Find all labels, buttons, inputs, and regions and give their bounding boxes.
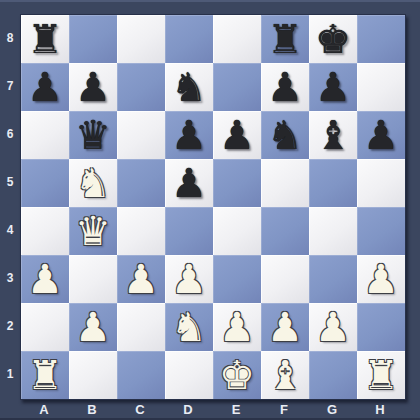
file-labels: ABCDEFGH [20,400,406,418]
square-g5[interactable] [309,159,357,207]
white-pawn[interactable]: ♟ [27,259,63,299]
rank-labels: 87654321 [0,14,20,398]
square-a6[interactable] [21,111,69,159]
file-label: F [260,400,308,418]
square-a1[interactable]: ♜ [21,351,69,399]
white-pawn[interactable]: ♟ [219,307,255,347]
square-e1[interactable]: ♚ [213,351,261,399]
square-e4[interactable] [213,207,261,255]
black-queen[interactable]: ♛ [75,115,111,155]
square-b3[interactable] [69,255,117,303]
rank-label: 3 [0,254,20,302]
square-d7[interactable]: ♞ [165,63,213,111]
rank-label: 2 [0,302,20,350]
rank-label: 7 [0,62,20,110]
square-g4[interactable] [309,207,357,255]
rank-label: 5 [0,158,20,206]
square-f5[interactable] [261,159,309,207]
square-e3[interactable] [213,255,261,303]
square-d6[interactable]: ♟ [165,111,213,159]
square-f2[interactable]: ♟ [261,303,309,351]
white-pawn[interactable]: ♟ [363,259,399,299]
white-pawn[interactable]: ♟ [267,307,303,347]
square-e6[interactable]: ♟ [213,111,261,159]
square-b7[interactable]: ♟ [69,63,117,111]
square-h8[interactable] [357,15,405,63]
black-pawn[interactable]: ♟ [363,115,399,155]
square-d1[interactable] [165,351,213,399]
white-pawn[interactable]: ♟ [171,259,207,299]
square-b5[interactable]: ♞ [69,159,117,207]
file-label: E [212,400,260,418]
black-pawn[interactable]: ♟ [75,67,111,107]
white-rook[interactable]: ♜ [27,355,63,395]
square-h3[interactable]: ♟ [357,255,405,303]
square-g3[interactable] [309,255,357,303]
black-pawn[interactable]: ♟ [171,115,207,155]
file-label: H [356,400,404,418]
white-queen[interactable]: ♛ [75,211,111,251]
square-e7[interactable] [213,63,261,111]
square-h6[interactable]: ♟ [357,111,405,159]
square-h7[interactable] [357,63,405,111]
square-h1[interactable]: ♜ [357,351,405,399]
square-b2[interactable]: ♟ [69,303,117,351]
black-pawn[interactable]: ♟ [267,67,303,107]
square-c5[interactable] [117,159,165,207]
file-label: A [20,400,68,418]
square-c3[interactable]: ♟ [117,255,165,303]
square-c4[interactable] [117,207,165,255]
square-a5[interactable] [21,159,69,207]
square-f8[interactable]: ♜ [261,15,309,63]
square-f3[interactable] [261,255,309,303]
black-knight[interactable]: ♞ [171,67,207,107]
square-a4[interactable] [21,207,69,255]
black-rook[interactable]: ♜ [27,19,63,59]
black-pawn[interactable]: ♟ [315,67,351,107]
white-pawn[interactable]: ♟ [315,307,351,347]
square-f7[interactable]: ♟ [261,63,309,111]
white-bishop[interactable]: ♝ [267,355,303,395]
square-h5[interactable] [357,159,405,207]
square-b4[interactable]: ♛ [69,207,117,255]
file-label: D [164,400,212,418]
white-pawn[interactable]: ♟ [123,259,159,299]
square-a2[interactable] [21,303,69,351]
square-d3[interactable]: ♟ [165,255,213,303]
square-g7[interactable]: ♟ [309,63,357,111]
file-label: C [116,400,164,418]
square-d5[interactable]: ♟ [165,159,213,207]
white-knight[interactable]: ♞ [75,163,111,203]
black-knight[interactable]: ♞ [267,115,303,155]
square-b8[interactable] [69,15,117,63]
square-f6[interactable]: ♞ [261,111,309,159]
rank-label: 6 [0,110,20,158]
square-a8[interactable]: ♜ [21,15,69,63]
black-rook[interactable]: ♜ [267,19,303,59]
square-c6[interactable] [117,111,165,159]
black-pawn[interactable]: ♟ [27,67,63,107]
square-g1[interactable] [309,351,357,399]
chess-board[interactable]: ♜♜♚♟♟♞♟♟♛♟♟♞♝♟♞♟♛♟♟♟♟♟♞♟♟♟♜♚♝♜ [20,14,406,400]
square-d2[interactable]: ♞ [165,303,213,351]
square-b1[interactable] [69,351,117,399]
square-h2[interactable] [357,303,405,351]
square-h4[interactable] [357,207,405,255]
square-e2[interactable]: ♟ [213,303,261,351]
square-a7[interactable]: ♟ [21,63,69,111]
square-e8[interactable] [213,15,261,63]
rank-label: 8 [0,14,20,62]
file-label: B [68,400,116,418]
chess-board-frame: 87654321 ♜♜♚♟♟♞♟♟♛♟♟♞♝♟♞♟♛♟♟♟♟♟♞♟♟♟♜♚♝♜ … [0,0,420,420]
square-g8[interactable]: ♚ [309,15,357,63]
white-rook[interactable]: ♜ [363,355,399,395]
rank-label: 4 [0,206,20,254]
square-c7[interactable] [117,63,165,111]
square-c2[interactable] [117,303,165,351]
square-f4[interactable] [261,207,309,255]
square-g6[interactable]: ♝ [309,111,357,159]
square-g2[interactable]: ♟ [309,303,357,351]
white-knight[interactable]: ♞ [171,307,207,347]
square-c1[interactable] [117,351,165,399]
square-e5[interactable] [213,159,261,207]
rank-label: 1 [0,350,20,398]
white-king[interactable]: ♚ [219,355,255,395]
white-pawn[interactable]: ♟ [75,307,111,347]
file-label: G [308,400,356,418]
square-c8[interactable] [117,15,165,63]
square-b6[interactable]: ♛ [69,111,117,159]
black-bishop[interactable]: ♝ [315,115,351,155]
black-pawn[interactable]: ♟ [219,115,255,155]
square-d8[interactable] [165,15,213,63]
black-pawn[interactable]: ♟ [171,163,207,203]
square-f1[interactable]: ♝ [261,351,309,399]
square-d4[interactable] [165,207,213,255]
square-a3[interactable]: ♟ [21,255,69,303]
black-king[interactable]: ♚ [315,19,351,59]
